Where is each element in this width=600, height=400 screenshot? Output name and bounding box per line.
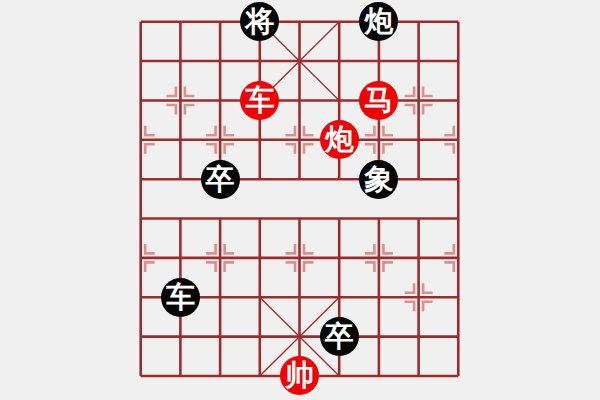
piece-black-elephant[interactable]: 象 <box>359 160 398 199</box>
piece-red-cannon[interactable]: 炮 <box>320 120 359 159</box>
piece-red-horse[interactable]: 马 <box>359 81 398 120</box>
xiangqi-board: 将炮车马炮卒象车卒帅 <box>0 0 600 400</box>
piece-red-general[interactable]: 帅 <box>280 356 319 395</box>
piece-black-cannon[interactable]: 炮 <box>359 2 398 41</box>
piece-red-chariot[interactable]: 车 <box>240 81 279 120</box>
piece-black-chariot[interactable]: 车 <box>161 278 200 317</box>
piece-black-soldier-2[interactable]: 卒 <box>320 317 359 356</box>
piece-black-soldier-1[interactable]: 卒 <box>201 160 240 199</box>
piece-grid: 将炮车马炮卒象车卒帅 <box>121 2 478 396</box>
piece-black-general[interactable]: 将 <box>240 2 279 41</box>
